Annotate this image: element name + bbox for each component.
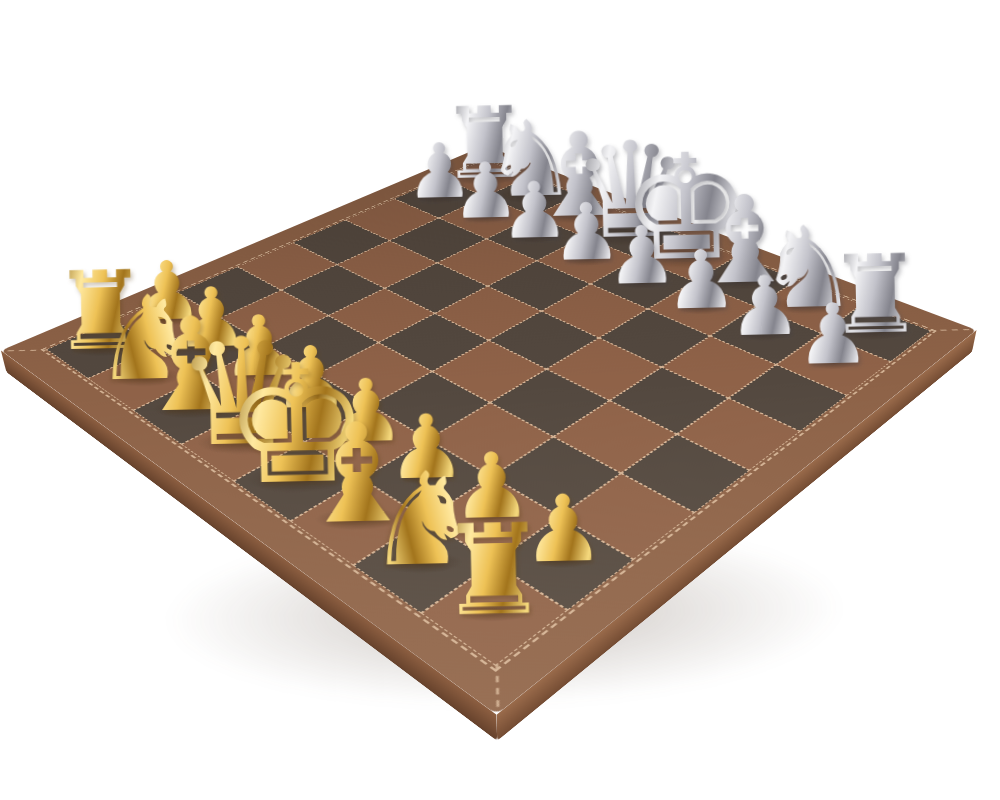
chess-board [1, 145, 977, 714]
board-leather-face [1, 145, 977, 714]
square-f2 [362, 439, 491, 518]
board-perspective-wrapper [0, 0, 1000, 800]
square-e3 [371, 372, 490, 440]
square-e2 [305, 405, 429, 478]
square-h4 [621, 434, 750, 513]
square-g4 [553, 400, 677, 473]
scene: ♜♞♝♛♚♝♞♜♟♟♟♟♟♟♟♟♟♟♟♟♟♟♟♟♜♞♝♛♚♝♞♜ [0, 0, 1000, 800]
board-grid [46, 159, 931, 666]
square-d1 [181, 408, 305, 482]
square-f1 [290, 479, 425, 566]
square-g5 [609, 367, 728, 434]
square-f4 [490, 369, 609, 436]
square-f3 [429, 403, 553, 476]
square-e1 [233, 442, 362, 522]
corner-stitch-near [496, 664, 500, 707]
square-d2 [252, 374, 371, 442]
square-g1 [352, 519, 493, 614]
square-g6 [661, 336, 776, 398]
square-c1 [133, 376, 252, 444]
square-h6 [728, 364, 847, 431]
square-g2 [425, 476, 560, 562]
product-photo-stage: ♜♞♝♛♚♝♞♜♟♟♟♟♟♟♟♟♟♟♟♟♟♟♟♟♜♞♝♛♚♝♞♜ [0, 0, 1000, 800]
square-e4 [432, 340, 547, 403]
corner-stitch-far [483, 148, 485, 161]
square-c2 [203, 345, 318, 408]
square-h2 [493, 516, 634, 610]
square-g3 [492, 437, 621, 516]
corner-stitch-left [7, 349, 48, 351]
square-b1 [88, 347, 203, 410]
square-h1 [421, 562, 569, 666]
square-d3 [317, 343, 432, 406]
square-h5 [677, 398, 801, 471]
square-f5 [547, 338, 662, 400]
corner-stitch-right [929, 329, 970, 331]
square-h7 [776, 333, 891, 395]
square-h3 [560, 473, 695, 559]
